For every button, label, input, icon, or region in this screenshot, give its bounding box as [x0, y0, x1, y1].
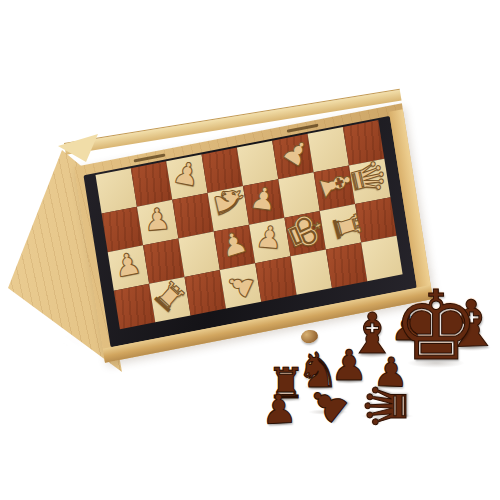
dark-pawn: ♟: [260, 388, 298, 430]
light-pawn-on-board: ♟: [143, 203, 171, 235]
dark-queen-lying: ♛: [359, 381, 415, 431]
board-square: [326, 243, 367, 288]
product-photo-scene: ♟♟♟♞♟♝♛♟♟♟♚♜♜♟ ♜♟♞♟♝♟♟♚♝♛♟: [0, 0, 500, 500]
light-pawn-on-board: ♟: [112, 248, 143, 283]
light-pawn-on-board: ♟: [248, 182, 279, 215]
board-square: [114, 284, 155, 329]
